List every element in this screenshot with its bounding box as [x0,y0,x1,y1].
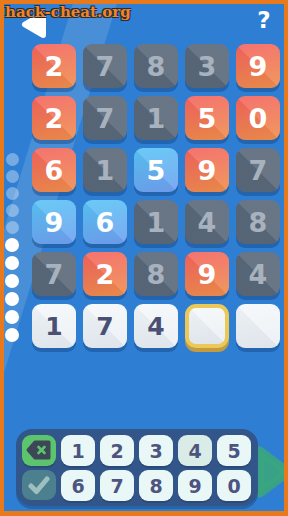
app-frame: hack-cheat.org ? 27839271506159796148728… [0,0,288,516]
key-8[interactable]: 8 [139,470,173,501]
cell-r5c4: 9 [185,252,229,296]
cell-r6c4[interactable] [185,304,229,348]
confirm-button[interactable] [22,470,56,501]
progress-dot-used [6,204,19,217]
progress-dot-used [6,170,19,183]
progress-dot-used [6,221,19,234]
backspace-button[interactable] [22,435,56,466]
key-7[interactable]: 7 [100,470,134,501]
cell-r1c4: 3 [185,44,229,88]
checkmark-icon [27,475,51,495]
cell-r2c2: 7 [83,96,127,140]
key-1[interactable]: 1 [61,435,95,466]
cell-r2c1: 2 [32,96,76,140]
key-5[interactable]: 5 [217,435,251,466]
cell-r1c3: 8 [134,44,178,88]
key-4[interactable]: 4 [178,435,212,466]
cell-r4c3: 1 [134,200,178,244]
backspace-x-icon [26,439,52,461]
cell-r3c3: 5 [134,148,178,192]
cell-r4c4: 4 [185,200,229,244]
cell-r5c1: 7 [32,252,76,296]
progress-dot-remaining [5,256,19,270]
cell-r4c1: 9 [32,200,76,244]
cell-r4c2: 6 [83,200,127,244]
progress-dot-remaining [5,274,19,288]
cell-r6c1[interactable]: 1 [32,304,76,348]
progress-dot-used [6,187,19,200]
keyboard-special-column [22,435,56,500]
progress-dot-remaining [5,292,19,306]
cell-r5c3: 8 [134,252,178,296]
progress-dot-remaining [5,328,19,342]
keyboard-digit-grid: 1234567890 [61,435,251,500]
cell-r1c1: 2 [32,44,76,88]
number-keyboard: 1234567890 [16,429,258,506]
progress-dot-used [6,153,19,166]
progress-dots [5,153,19,342]
cell-r3c2: 1 [83,148,127,192]
cell-r4c5: 8 [236,200,280,244]
help-button[interactable]: ? [251,4,277,36]
watermark-text: hack-cheat.org [5,4,131,21]
cell-r3c1: 6 [32,148,76,192]
cell-r3c4: 9 [185,148,229,192]
cell-r6c2[interactable]: 7 [83,304,127,348]
progress-dot-remaining [5,238,19,252]
cell-r6c3[interactable]: 4 [134,304,178,348]
board: 2783927150615979614872894174 [32,44,280,348]
cell-r5c5: 4 [236,252,280,296]
cell-r6c5[interactable] [236,304,280,348]
cell-r2c3: 1 [134,96,178,140]
cell-r3c5: 7 [236,148,280,192]
game-screen: hack-cheat.org ? 27839271506159796148728… [4,4,284,511]
key-0[interactable]: 0 [217,470,251,501]
cell-r1c2: 7 [83,44,127,88]
play-right-icon [254,444,284,500]
cell-r5c2: 2 [83,252,127,296]
progress-dot-remaining [5,310,19,324]
cell-r2c5: 0 [236,96,280,140]
key-2[interactable]: 2 [100,435,134,466]
cell-r2c4: 5 [185,96,229,140]
key-3[interactable]: 3 [139,435,173,466]
next-arrow-button[interactable] [254,444,284,504]
key-6[interactable]: 6 [61,470,95,501]
cell-r1c5: 9 [236,44,280,88]
key-9[interactable]: 9 [178,470,212,501]
